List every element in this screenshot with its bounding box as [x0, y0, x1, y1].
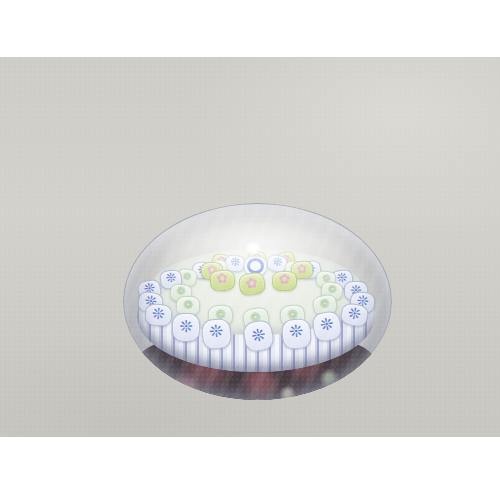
inner-chartreuse-pink-flower-icon: ✿ — [245, 275, 260, 291]
outer-blue-flower-icon: ❊ — [179, 319, 193, 335]
cane-outer-blue: ❊ — [311, 310, 344, 343]
millefiori-canes: ✿✿✿❊❊❁❁❁❊✿❊✿❁❊❊❁✿✿✿❊❁❊❁❊❊❁❁❊❁❁❊❁❊❊❊❊❊ — [123, 203, 392, 400]
outer-blue-flower-icon: ❊ — [272, 256, 284, 269]
letterbox-top — [0, 0, 500, 57]
cane-outer-blue: ❊ — [242, 319, 276, 353]
middle-mint-flower-icon: ❁ — [183, 299, 193, 311]
cane-inner-chartreuse-pink: ✿ — [237, 271, 266, 297]
cane-inner-chartreuse-pink: ✿ — [209, 269, 235, 292]
cane-outer-blue: ❊ — [281, 318, 312, 350]
cane-outer-blue: ❊ — [144, 303, 173, 328]
cane-inner-chartreuse-pink: ✿ — [272, 271, 297, 292]
outer-blue-flower-icon: ❊ — [230, 256, 241, 269]
middle-mint-flower-icon: ❁ — [318, 297, 330, 311]
outer-blue-flower-icon: ❊ — [347, 306, 362, 323]
middle-mint-flower-icon: ❁ — [182, 270, 192, 282]
outer-blue-flower-icon: ❊ — [250, 326, 267, 345]
outer-blue-flower-icon: ❊ — [151, 306, 165, 322]
outer-blue-flower-icon: ❊ — [209, 324, 224, 342]
photo-background: ✿✿✿❊❊❁❁❁❊✿❊✿❁❊❊❁✿✿✿❊❁❊❁❊❊❁❁❊❁❁❊❁❊❊❊❊❊ — [0, 57, 500, 437]
inner-chartreuse-pink-flower-icon: ✿ — [296, 263, 307, 276]
cane-outer-blue: ❊ — [201, 318, 232, 350]
cane-outer-blue: ❊ — [172, 313, 200, 342]
photo: ✿✿✿❊❊❁❁❁❊✿❊✿❁❊❊❁✿✿✿❊❁❊❁❊❊❁❁❊❁❁❊❁❊❊❊❊❊ — [0, 0, 500, 500]
inner-chartreuse-pink-flower-icon: ✿ — [279, 273, 291, 287]
inner-chartreuse-pink-flower-icon: ✿ — [216, 272, 229, 287]
outer-blue-flower-icon: ❊ — [165, 271, 177, 285]
outer-blue-flower-icon: ❊ — [289, 324, 304, 342]
outer-blue-flower-icon: ❊ — [319, 316, 335, 334]
letterbox-bottom — [0, 437, 500, 500]
paperweight: ✿✿✿❊❊❁❁❁❊✿❊✿❁❊❊❁✿✿✿❊❁❊❁❊❊❁❁❊❁❁❊❁❊❊❊❊❊ — [123, 203, 392, 400]
